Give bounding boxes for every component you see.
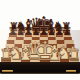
chess-set-photo: ♜♞♝♛♚♝♞♜♟♟♟♟♟♟♟♟♟♟♟♟♟♟♟♟♜♞♝♛♚♝♞♜ [0, 0, 80, 80]
piece-white-rook[interactable]: ♜ [67, 48, 80, 63]
piece-black-pawn[interactable]: ♟ [63, 27, 72, 37]
box-bottom-edge [1, 73, 79, 74]
